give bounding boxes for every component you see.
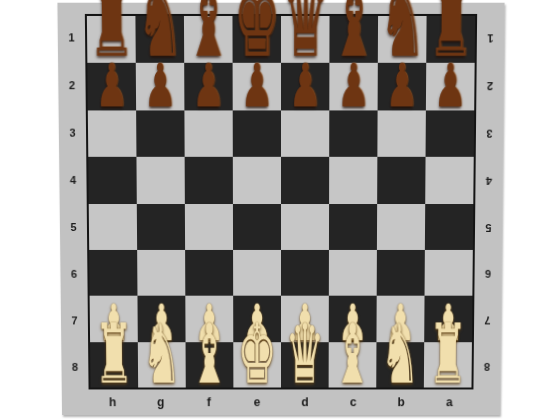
square-b4[interactable] [377, 157, 425, 204]
piece-light-bishop[interactable]: ♝ [333, 314, 373, 396]
board-grid: ♜♞♝♚♛♝♞♜♟♟♟♟♟♟♟♟♟♟♟♟♟♟♟♟♜♞♝♚♛♝♞♜ [85, 14, 477, 390]
square-c6[interactable] [329, 250, 377, 296]
rank-label-left-2: 2 [58, 62, 86, 109]
rank-label-right-5: 5 [475, 204, 503, 251]
square-g5[interactable] [137, 204, 185, 250]
piece-light-queen[interactable]: ♛ [285, 314, 324, 396]
square-a6[interactable] [425, 250, 473, 296]
piece-light-knight[interactable]: ♞ [380, 314, 420, 396]
square-f5[interactable] [185, 204, 233, 250]
piece-dark-pawn[interactable]: ♟ [434, 56, 467, 116]
square-b8[interactable]: ♞ [376, 342, 424, 388]
rank-label-right-7: 7 [474, 297, 501, 343]
square-d4[interactable] [281, 157, 329, 204]
piece-light-king[interactable]: ♚ [237, 314, 276, 396]
square-f4[interactable] [185, 157, 233, 204]
square-c5[interactable] [329, 204, 377, 250]
piece-light-knight[interactable]: ♞ [142, 314, 182, 396]
rank-label-left-6: 6 [60, 250, 87, 297]
square-e6[interactable] [233, 250, 281, 296]
piece-dark-pawn[interactable]: ♟ [289, 56, 322, 116]
rank-label-right-1: 1 [477, 14, 505, 62]
piece-light-bishop[interactable]: ♝ [190, 314, 230, 396]
chessboard: 12345678 12345678 hgfedcba ♜♞♝♚♛♝♞♜♟♟♟♟♟… [57, 3, 504, 415]
piece-light-rook[interactable]: ♜ [428, 314, 468, 396]
rank-label-right-3: 3 [476, 109, 504, 156]
piece-dark-pawn[interactable]: ♟ [95, 56, 128, 116]
piece-dark-pawn[interactable]: ♟ [192, 56, 225, 116]
square-b6[interactable] [377, 250, 425, 296]
rank-label-left-7: 7 [61, 297, 88, 343]
rank-label-left-5: 5 [60, 204, 88, 251]
square-h5[interactable] [89, 204, 137, 250]
square-e4[interactable] [233, 157, 281, 204]
rank-label-left-8: 8 [61, 343, 88, 389]
rank-label-right-4: 4 [475, 156, 503, 203]
square-e8[interactable]: ♚ [233, 342, 281, 388]
chess-photo-scene: 12345678 12345678 hgfedcba ♜♞♝♚♛♝♞♜♟♟♟♟♟… [0, 0, 560, 420]
piece-dark-pawn[interactable]: ♟ [241, 56, 274, 116]
rank-label-left-1: 1 [58, 14, 86, 62]
rank-label-left-3: 3 [59, 109, 87, 156]
piece-dark-pawn[interactable]: ♟ [337, 56, 370, 116]
square-g8[interactable]: ♞ [138, 342, 186, 388]
rank-labels-left: 12345678 [58, 14, 89, 390]
piece-dark-pawn[interactable]: ♟ [144, 56, 177, 116]
square-h8[interactable]: ♜ [90, 342, 138, 388]
square-a8[interactable]: ♜ [424, 342, 472, 388]
square-f6[interactable] [185, 250, 233, 296]
square-d5[interactable] [281, 204, 329, 250]
square-g4[interactable] [136, 157, 184, 204]
square-h6[interactable] [89, 250, 137, 296]
square-d6[interactable] [281, 250, 329, 296]
piece-dark-pawn[interactable]: ♟ [385, 56, 418, 116]
rank-labels-right: 12345678 [473, 14, 504, 390]
square-b5[interactable] [377, 204, 425, 250]
square-a4[interactable] [425, 157, 474, 204]
square-f8[interactable]: ♝ [186, 342, 234, 388]
square-d8[interactable]: ♛ [281, 342, 329, 388]
square-g6[interactable] [137, 250, 185, 296]
square-a5[interactable] [425, 204, 473, 250]
rank-label-right-6: 6 [474, 250, 501, 297]
rank-label-right-2: 2 [476, 62, 504, 109]
square-h4[interactable] [88, 157, 137, 204]
square-c8[interactable]: ♝ [329, 342, 377, 388]
piece-light-rook[interactable]: ♜ [94, 314, 134, 396]
square-e5[interactable] [233, 204, 281, 250]
square-c4[interactable] [329, 157, 377, 204]
rank-label-right-8: 8 [473, 343, 500, 389]
rank-label-left-4: 4 [59, 156, 87, 203]
